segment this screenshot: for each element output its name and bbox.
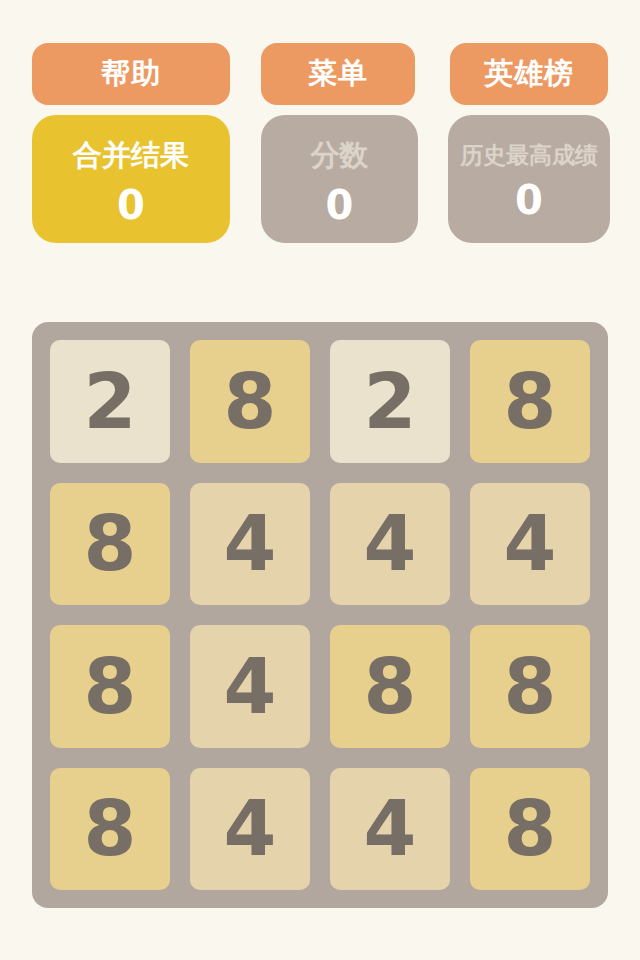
tile-4: 4 <box>190 625 310 748</box>
merge-result-box: 合并结果 0 <box>32 115 230 243</box>
tile-4: 4 <box>330 483 450 606</box>
tile-8: 8 <box>50 483 170 606</box>
tile-4: 4 <box>330 768 450 891</box>
help-button-label: 帮助 <box>101 54 161 94</box>
tile-4: 4 <box>190 483 310 606</box>
best-score-value: 0 <box>515 180 543 220</box>
tile-8: 8 <box>470 340 590 463</box>
leaderboard-button-label: 英雄榜 <box>484 54 574 94</box>
menu-button[interactable]: 菜单 <box>261 43 415 105</box>
menu-button-label: 菜单 <box>308 54 368 94</box>
tile-8: 8 <box>50 768 170 891</box>
leaderboard-button[interactable]: 英雄榜 <box>450 43 608 105</box>
tile-4: 4 <box>470 483 590 606</box>
merge-result-value: 0 <box>117 185 145 225</box>
tile-8: 8 <box>470 625 590 748</box>
tile-4: 4 <box>190 768 310 891</box>
best-score-label: 历史最高成绩 <box>460 140 598 171</box>
board[interactable]: 2828844484888448 <box>32 322 608 908</box>
score-box: 分数 0 <box>261 115 418 243</box>
tile-2: 2 <box>330 340 450 463</box>
best-score-box: 历史最高成绩 0 <box>448 115 610 243</box>
help-button[interactable]: 帮助 <box>32 43 230 105</box>
merge-result-label: 合并结果 <box>73 136 189 176</box>
tile-2: 2 <box>50 340 170 463</box>
score-value: 0 <box>326 185 354 225</box>
tile-8: 8 <box>50 625 170 748</box>
score-label: 分数 <box>311 136 369 176</box>
tile-8: 8 <box>330 625 450 748</box>
tile-8: 8 <box>470 768 590 891</box>
tile-8: 8 <box>190 340 310 463</box>
